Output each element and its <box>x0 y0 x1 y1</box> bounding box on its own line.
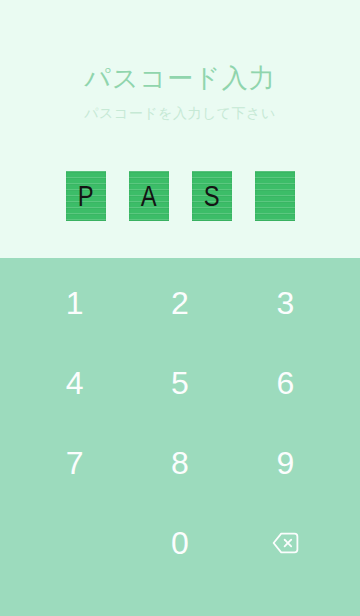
key-8[interactable]: 8 <box>127 423 232 503</box>
passcode-slot-3: S <box>192 171 232 221</box>
page-title: パスコード入力 <box>84 63 275 93</box>
passcode-slot-2-char: A <box>141 182 157 211</box>
key-4[interactable]: 4 <box>22 343 127 423</box>
key-9[interactable]: 9 <box>233 423 338 503</box>
passcode-slot-1: P <box>66 171 106 221</box>
key-7[interactable]: 7 <box>22 423 127 503</box>
passcode-header: パスコード入力 パスコードを入力して下さい P A S <box>0 0 360 258</box>
key-5[interactable]: 5 <box>127 343 232 423</box>
key-2[interactable]: 2 <box>127 263 232 343</box>
key-1[interactable]: 1 <box>22 263 127 343</box>
key-empty <box>22 503 127 583</box>
passcode-slot-2: A <box>129 171 169 221</box>
passcode-slots: P A S <box>66 171 295 221</box>
page-subtitle: パスコードを入力して下さい <box>84 104 275 122</box>
key-0[interactable]: 0 <box>127 503 232 583</box>
passcode-slot-1-char: P <box>78 182 94 211</box>
passcode-slot-3-char: S <box>204 182 220 211</box>
keypad: 1 2 3 4 5 6 7 8 9 0 <box>0 258 360 616</box>
key-3[interactable]: 3 <box>233 263 338 343</box>
backspace-icon <box>272 532 299 554</box>
key-6[interactable]: 6 <box>233 343 338 423</box>
passcode-screen: パスコード入力 パスコードを入力して下さい P A S 1 2 3 4 5 6 … <box>0 0 360 616</box>
key-backspace[interactable] <box>233 503 338 583</box>
passcode-slot-4 <box>255 171 295 221</box>
